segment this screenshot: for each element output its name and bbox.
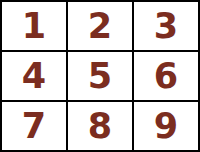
grid-cell-4[interactable]: 4: [2, 52, 66, 100]
grid-cell-2[interactable]: 2: [68, 2, 132, 50]
grid-cell-6[interactable]: 6: [134, 52, 198, 100]
cell-digit: 8: [88, 109, 112, 144]
cell-digit: 1: [22, 9, 46, 44]
grid-cell-7[interactable]: 7: [2, 102, 66, 150]
grid-cell-5[interactable]: 5: [68, 52, 132, 100]
cell-digit: 7: [22, 109, 46, 144]
cell-digit: 6: [154, 59, 178, 94]
grid-cell-1[interactable]: 1: [2, 2, 66, 50]
cell-digit: 5: [88, 59, 112, 94]
cell-digit: 9: [154, 109, 178, 144]
grid-cell-3[interactable]: 3: [134, 2, 198, 50]
grid-cell-9[interactable]: 9: [134, 102, 198, 150]
cell-digit: 4: [22, 59, 46, 94]
cell-digit: 2: [88, 9, 112, 44]
cell-digit: 3: [154, 9, 178, 44]
grid-cell-8[interactable]: 8: [68, 102, 132, 150]
number-grid-board: 1 2 3 4 5 6 7 8 9: [0, 0, 200, 152]
